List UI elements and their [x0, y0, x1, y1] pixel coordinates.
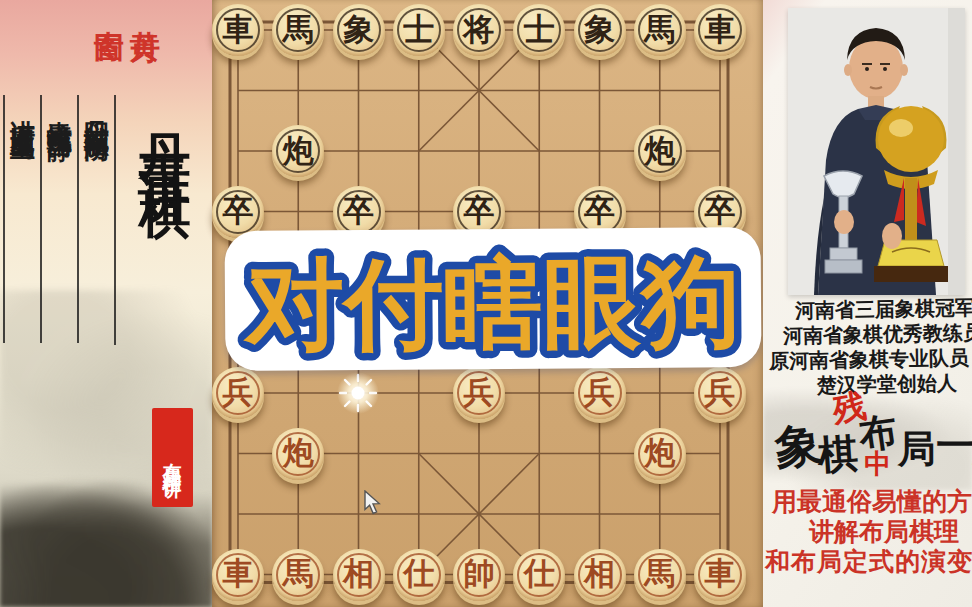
- piece-glyph: 馬: [644, 558, 675, 589]
- piece-black-士[interactable]: 士: [513, 4, 565, 56]
- piece-red-炮[interactable]: 炮: [272, 428, 324, 480]
- piece-glyph: 車: [705, 14, 736, 45]
- piece-black-象[interactable]: 象: [574, 4, 626, 56]
- piece-glyph: 兵: [223, 377, 254, 408]
- piece-red-車[interactable]: 車: [694, 549, 746, 601]
- piece-black-炮[interactable]: 炮: [272, 125, 324, 177]
- piece-glyph: 馬: [283, 558, 314, 589]
- piece-glyph: 卒: [223, 195, 254, 226]
- piece-glyph: 士: [524, 14, 555, 45]
- piece-glyph: 馬: [644, 14, 675, 45]
- series-badge: 布局精讲: [152, 408, 193, 507]
- caption-text: 对付瞎眼狗: [242, 246, 741, 360]
- piece-glyph: 車: [705, 558, 736, 589]
- xiangqi-board[interactable]: 車馬象士将士象馬車炮炮卒卒卒卒卒兵兵兵兵炮炮車馬相仕帥仕相馬車: [212, 0, 763, 607]
- piece-red-帥[interactable]: 帥: [453, 549, 505, 601]
- piece-red-兵[interactable]: 兵: [694, 367, 746, 419]
- credential-line: 河南省象棋优秀教练员: [763, 320, 972, 349]
- piece-black-将[interactable]: 将: [453, 4, 505, 56]
- poem-line-2: 青嶂浅深当雨静: [47, 100, 72, 121]
- piece-black-車[interactable]: 車: [212, 4, 264, 56]
- piece-glyph: 仕: [403, 558, 434, 589]
- piece-glyph: 炮: [283, 135, 314, 166]
- piece-glyph: 車: [223, 14, 254, 45]
- piece-glyph: 卒: [584, 195, 615, 226]
- piece-black-車[interactable]: 車: [694, 4, 746, 56]
- piece-red-兵[interactable]: 兵: [212, 367, 264, 419]
- piece-black-士[interactable]: 士: [393, 4, 445, 56]
- piece-glyph: 卒: [343, 195, 374, 226]
- slogan-block: 用最通俗易懂的方 讲解布局棋理 和布局定式的演变: [763, 486, 972, 576]
- presenter-panel: 河南省三届象棋冠军 河南省象棋优秀教练员 原河南省象棋专业队员 楚汉学堂创始人 …: [763, 0, 972, 607]
- piece-glyph: 兵: [584, 377, 615, 408]
- artist-seal: 青图 黄丹: [94, 6, 160, 14]
- piece-glyph: 相: [343, 558, 374, 589]
- piece-glyph: 炮: [644, 437, 675, 468]
- piece-glyph: 卒: [464, 195, 495, 226]
- piece-glyph: 兵: [705, 377, 736, 408]
- piece-black-象[interactable]: 象: [333, 4, 385, 56]
- piece-red-兵[interactable]: 兵: [453, 367, 505, 419]
- piece-glyph: 馬: [283, 14, 314, 45]
- piece-black-馬[interactable]: 馬: [634, 4, 686, 56]
- slogan-line: 用最通俗易懂的方: [763, 486, 972, 516]
- piece-red-仕[interactable]: 仕: [513, 549, 565, 601]
- piece-red-馬[interactable]: 馬: [634, 549, 686, 601]
- video-frame: 青图 黄丹 丹阳城南秋海阴 青嶂浅深当雨静 讲席旧逢山鸟至 丹青讲棋 布局精讲 …: [0, 0, 972, 607]
- piece-red-兵[interactable]: 兵: [574, 367, 626, 419]
- piece-glyph: 仕: [524, 558, 555, 589]
- brand-char-ju: 局: [898, 424, 936, 475]
- credential-line: 原河南省象棋专业队员: [763, 345, 972, 374]
- brand-logo: 残 象 棋 布 中 局 一点通: [775, 402, 972, 492]
- piece-black-炮[interactable]: 炮: [634, 125, 686, 177]
- piece-glyph: 将: [464, 14, 495, 45]
- piece-red-仕[interactable]: 仕: [393, 549, 445, 601]
- channel-title: 丹青讲棋: [138, 92, 190, 164]
- seal-left-column: 青图: [94, 6, 124, 14]
- piece-glyph: 士: [403, 14, 434, 45]
- credential-line: 楚汉学堂创始人: [763, 370, 972, 399]
- piece-glyph: 兵: [464, 377, 495, 408]
- piece-red-相[interactable]: 相: [333, 549, 385, 601]
- piece-glyph: 卒: [705, 195, 736, 226]
- piece-red-車[interactable]: 車: [212, 549, 264, 601]
- slogan-line: 讲解布局棋理: [763, 516, 972, 546]
- presenter-photo: [788, 8, 965, 295]
- column-rule: [114, 95, 116, 345]
- brand-char-bu: 布: [857, 414, 899, 453]
- left-art-panel: 青图 黄丹 丹阳城南秋海阴 青嶂浅深当雨静 讲席旧逢山鸟至 丹青讲棋 布局精讲: [0, 0, 212, 607]
- slogan-line: 和布局定式的演变: [763, 546, 972, 576]
- column-rule: [3, 95, 5, 343]
- brand-char-xiang: 象: [772, 414, 824, 480]
- poem-line-1: 丹阳城南秋海阴: [84, 100, 109, 121]
- piece-red-馬[interactable]: 馬: [272, 549, 324, 601]
- piece-glyph: 象: [584, 14, 615, 45]
- series-badge-label: 布局精讲: [163, 448, 182, 468]
- credential-line: 河南省三届象棋冠军: [763, 295, 972, 324]
- piece-glyph: 炮: [283, 437, 314, 468]
- credentials-list: 河南省三届象棋冠军 河南省象棋优秀教练员 原河南省象棋专业队员 楚汉学堂创始人: [763, 297, 972, 397]
- piece-red-相[interactable]: 相: [574, 549, 626, 601]
- piece-glyph: 車: [223, 558, 254, 589]
- piece-glyph: 炮: [644, 135, 675, 166]
- column-rule: [77, 95, 79, 343]
- poem-line-3: 讲席旧逢山鸟至: [10, 100, 35, 121]
- column-rule: [40, 95, 42, 343]
- piece-glyph: 帥: [464, 558, 495, 589]
- face: [849, 37, 903, 99]
- piece-red-炮[interactable]: 炮: [634, 428, 686, 480]
- piece-black-馬[interactable]: 馬: [272, 4, 324, 56]
- piece-glyph: 相: [584, 558, 615, 589]
- piece-glyph: 象: [343, 14, 374, 45]
- seal-right-column: 黄丹: [130, 6, 160, 14]
- brand-char-qi: 棋: [816, 425, 860, 483]
- caption-banner: 对付瞎眼狗: [225, 227, 762, 371]
- brand-tail: 一点通: [936, 418, 972, 473]
